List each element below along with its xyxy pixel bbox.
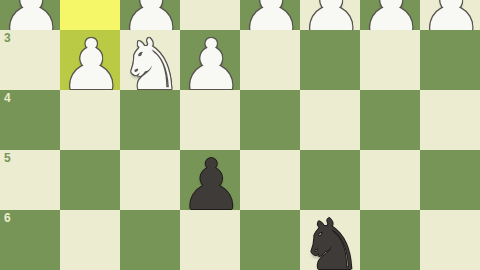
chess-board: ♟♟♟♟♟♟3♟♞♟45♟6♞ (0, 0, 480, 270)
square-a4[interactable] (420, 90, 480, 150)
square-a2[interactable]: ♟ (420, 0, 480, 30)
square-e4[interactable] (180, 90, 240, 150)
rank-label-5: 5 (4, 152, 11, 165)
square-e3[interactable]: ♟ (180, 30, 240, 90)
square-b5[interactable] (360, 150, 420, 210)
square-f6[interactable] (120, 210, 180, 270)
square-h6[interactable]: 6 (0, 210, 60, 270)
square-g6[interactable] (60, 210, 120, 270)
black-knight-c6[interactable]: ♞ (300, 210, 360, 270)
square-a6[interactable] (420, 210, 480, 270)
square-d3[interactable] (240, 30, 300, 90)
square-g5[interactable] (60, 150, 120, 210)
square-d6[interactable] (240, 210, 300, 270)
rank-label-4: 4 (4, 92, 11, 105)
square-b6[interactable] (360, 210, 420, 270)
square-e6[interactable] (180, 210, 240, 270)
square-f5[interactable] (120, 150, 180, 210)
square-f4[interactable] (120, 90, 180, 150)
square-f3[interactable]: ♞ (120, 30, 180, 90)
square-c4[interactable] (300, 90, 360, 150)
square-b4[interactable] (360, 90, 420, 150)
square-g4[interactable] (60, 90, 120, 150)
rank-label-3: 3 (4, 32, 11, 45)
square-c3[interactable] (300, 30, 360, 90)
square-h2[interactable]: ♟ (0, 0, 60, 30)
square-g3[interactable]: ♟ (60, 30, 120, 90)
square-b2[interactable]: ♟ (360, 0, 420, 30)
square-b3[interactable] (360, 30, 420, 90)
square-c2[interactable]: ♟ (300, 0, 360, 30)
rank-label-6: 6 (4, 212, 11, 225)
square-c6[interactable]: ♞ (300, 210, 360, 270)
square-a5[interactable] (420, 150, 480, 210)
square-a3[interactable] (420, 30, 480, 90)
square-h3[interactable]: 3 (0, 30, 60, 90)
square-e5[interactable]: ♟ (180, 150, 240, 210)
square-d2[interactable]: ♟ (240, 0, 300, 30)
square-h5[interactable]: 5 (0, 150, 60, 210)
square-d4[interactable] (240, 90, 300, 150)
square-h4[interactable]: 4 (0, 90, 60, 150)
square-d5[interactable] (240, 150, 300, 210)
square-c5[interactable] (300, 150, 360, 210)
